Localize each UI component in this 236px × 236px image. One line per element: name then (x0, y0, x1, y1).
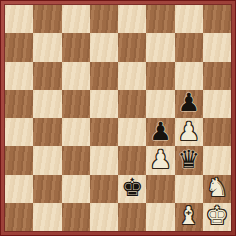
square-a1[interactable] (5, 203, 33, 231)
piece-white-pawn-g4[interactable]: ♟ (177, 119, 199, 144)
square-d8[interactable] (90, 5, 118, 33)
square-d1[interactable] (90, 203, 118, 231)
square-b8[interactable] (33, 5, 61, 33)
square-b3[interactable] (33, 146, 61, 174)
square-c7[interactable] (62, 33, 90, 61)
square-b5[interactable] (33, 90, 61, 118)
square-f6[interactable] (146, 62, 174, 90)
square-e1[interactable] (118, 203, 146, 231)
square-d5[interactable] (90, 90, 118, 118)
square-b1[interactable] (33, 203, 61, 231)
piece-black-pawn-g5[interactable]: ♟ (177, 90, 199, 115)
square-e4[interactable] (118, 118, 146, 146)
square-e8[interactable] (118, 5, 146, 33)
square-f2[interactable] (146, 175, 174, 203)
piece-white-bishop-g1[interactable]: ♝ (177, 203, 199, 228)
square-b4[interactable] (33, 118, 61, 146)
square-h2[interactable]: ♞ (203, 175, 231, 203)
square-c4[interactable] (62, 118, 90, 146)
square-e5[interactable] (118, 90, 146, 118)
square-h3[interactable] (203, 146, 231, 174)
square-f1[interactable] (146, 203, 174, 231)
square-b6[interactable] (33, 62, 61, 90)
square-b7[interactable] (33, 33, 61, 61)
piece-white-knight-h2[interactable]: ♞ (206, 175, 228, 200)
square-a5[interactable] (5, 90, 33, 118)
piece-white-pawn-f3[interactable]: ♟ (149, 147, 171, 172)
square-h6[interactable] (203, 62, 231, 90)
square-h7[interactable] (203, 33, 231, 61)
square-h8[interactable] (203, 5, 231, 33)
square-d4[interactable] (90, 118, 118, 146)
square-g5[interactable]: ♟ (175, 90, 203, 118)
square-f4[interactable]: ♟ (146, 118, 174, 146)
square-a8[interactable] (5, 5, 33, 33)
square-g2[interactable] (175, 175, 203, 203)
square-d6[interactable] (90, 62, 118, 90)
square-c5[interactable] (62, 90, 90, 118)
square-f3[interactable]: ♟ (146, 146, 174, 174)
square-e3[interactable] (118, 146, 146, 174)
square-h5[interactable] (203, 90, 231, 118)
square-g4[interactable]: ♟ (175, 118, 203, 146)
square-d3[interactable] (90, 146, 118, 174)
square-f5[interactable] (146, 90, 174, 118)
piece-black-pawn-f4[interactable]: ♟ (149, 119, 171, 144)
board-frame: ♟♟♟♟♛♚♞♝♚ (0, 0, 236, 236)
square-g8[interactable] (175, 5, 203, 33)
square-c1[interactable] (62, 203, 90, 231)
square-c8[interactable] (62, 5, 90, 33)
square-f7[interactable] (146, 33, 174, 61)
square-h1[interactable]: ♚ (203, 203, 231, 231)
square-g7[interactable] (175, 33, 203, 61)
piece-black-queen-g3[interactable]: ♛ (177, 147, 199, 172)
square-e6[interactable] (118, 62, 146, 90)
piece-black-king-e2[interactable]: ♚ (121, 175, 143, 200)
square-b2[interactable] (33, 175, 61, 203)
square-a3[interactable] (5, 146, 33, 174)
square-e2[interactable]: ♚ (118, 175, 146, 203)
piece-white-king-h1[interactable]: ♚ (206, 203, 228, 228)
square-h4[interactable] (203, 118, 231, 146)
square-a4[interactable] (5, 118, 33, 146)
square-c3[interactable] (62, 146, 90, 174)
square-a2[interactable] (5, 175, 33, 203)
square-g6[interactable] (175, 62, 203, 90)
chess-board: ♟♟♟♟♛♚♞♝♚ (5, 5, 231, 231)
square-c2[interactable] (62, 175, 90, 203)
square-g3[interactable]: ♛ (175, 146, 203, 174)
square-a7[interactable] (5, 33, 33, 61)
square-c6[interactable] (62, 62, 90, 90)
square-f8[interactable] (146, 5, 174, 33)
square-a6[interactable] (5, 62, 33, 90)
square-g1[interactable]: ♝ (175, 203, 203, 231)
square-d2[interactable] (90, 175, 118, 203)
square-e7[interactable] (118, 33, 146, 61)
square-d7[interactable] (90, 33, 118, 61)
